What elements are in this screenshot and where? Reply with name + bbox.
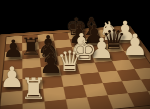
square-c1[interactable]	[44, 99, 68, 109]
white-rook[interactable]: ♜	[20, 74, 47, 104]
black-pawn[interactable]: ♟	[3, 37, 25, 61]
chess-scene: ♚♝♟♟♞♟♟♜♟♟♛♞♚♟♟♟♛♟♜	[0, 0, 150, 109]
white-pawn[interactable]: ♟	[122, 31, 148, 61]
